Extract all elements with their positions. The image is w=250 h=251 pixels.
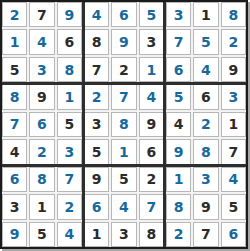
cell-r3c2[interactable]: 3 — [29, 57, 54, 82]
cell-r1c5[interactable]: 6 — [111, 2, 136, 27]
cell-r7c7[interactable]: 1 — [166, 167, 191, 192]
cell-r2c1[interactable]: 1 — [2, 29, 27, 54]
cell-r2c7[interactable]: 7 — [166, 29, 191, 54]
cell-r8c1[interactable]: 3 — [2, 194, 27, 219]
cell-r6c9[interactable]: 7 — [221, 139, 246, 164]
sudoku-grid: 2794653181468937525387216498912745637653… — [2, 2, 246, 247]
cell-r1c3[interactable]: 9 — [57, 2, 82, 27]
cell-r7c8[interactable]: 3 — [193, 167, 218, 192]
cell-r3c3[interactable]: 8 — [57, 57, 82, 82]
cell-r1c6[interactable]: 5 — [139, 2, 164, 27]
cell-r3c5[interactable]: 2 — [111, 57, 136, 82]
cell-r5c7[interactable]: 4 — [166, 112, 191, 137]
cell-r2c3[interactable]: 6 — [57, 29, 82, 54]
cell-r2c9[interactable]: 2 — [221, 29, 246, 54]
cell-r8c7[interactable]: 8 — [166, 194, 191, 219]
cell-r1c4[interactable]: 4 — [84, 2, 109, 27]
cell-r2c5[interactable]: 9 — [111, 29, 136, 54]
cell-r8c5[interactable]: 4 — [111, 194, 136, 219]
sudoku-board: 2794653181468937525387216498912745637653… — [0, 0, 248, 249]
cell-r1c8[interactable]: 1 — [193, 2, 218, 27]
cell-r5c4[interactable]: 3 — [84, 112, 109, 137]
cell-r2c4[interactable]: 8 — [84, 29, 109, 54]
cell-r3c4[interactable]: 7 — [84, 57, 109, 82]
cell-r4c4[interactable]: 2 — [84, 84, 109, 109]
cell-r6c7[interactable]: 9 — [166, 139, 191, 164]
cell-r5c5[interactable]: 8 — [111, 112, 136, 137]
cell-r1c9[interactable]: 8 — [221, 2, 246, 27]
cell-r8c2[interactable]: 1 — [29, 194, 54, 219]
cell-r6c2[interactable]: 2 — [29, 139, 54, 164]
cell-r6c1[interactable]: 4 — [2, 139, 27, 164]
cell-r4c3[interactable]: 1 — [57, 84, 82, 109]
cell-r9c3[interactable]: 4 — [57, 222, 82, 247]
cell-r2c8[interactable]: 5 — [193, 29, 218, 54]
cell-r6c6[interactable]: 6 — [139, 139, 164, 164]
cell-r5c1[interactable]: 7 — [2, 112, 27, 137]
cell-r3c7[interactable]: 6 — [166, 57, 191, 82]
cell-r5c9[interactable]: 1 — [221, 112, 246, 137]
cell-r9c1[interactable]: 9 — [2, 222, 27, 247]
cell-r8c4[interactable]: 6 — [84, 194, 109, 219]
cell-r2c6[interactable]: 3 — [139, 29, 164, 54]
cell-r7c5[interactable]: 5 — [111, 167, 136, 192]
cell-r9c8[interactable]: 7 — [193, 222, 218, 247]
cell-r7c1[interactable]: 6 — [2, 167, 27, 192]
cell-r4c5[interactable]: 7 — [111, 84, 136, 109]
cell-r9c2[interactable]: 5 — [29, 222, 54, 247]
cell-r7c2[interactable]: 8 — [29, 167, 54, 192]
cell-r4c7[interactable]: 5 — [166, 84, 191, 109]
cell-r7c9[interactable]: 4 — [221, 167, 246, 192]
cell-r6c4[interactable]: 5 — [84, 139, 109, 164]
cell-r1c2[interactable]: 7 — [29, 2, 54, 27]
cell-r8c9[interactable]: 5 — [221, 194, 246, 219]
cell-r4c2[interactable]: 9 — [29, 84, 54, 109]
cell-r4c1[interactable]: 8 — [2, 84, 27, 109]
cell-r9c9[interactable]: 6 — [221, 222, 246, 247]
cell-r5c6[interactable]: 9 — [139, 112, 164, 137]
cell-r8c3[interactable]: 2 — [57, 194, 82, 219]
cell-r5c8[interactable]: 2 — [193, 112, 218, 137]
cell-r6c8[interactable]: 8 — [193, 139, 218, 164]
cell-r5c3[interactable]: 5 — [57, 112, 82, 137]
cell-r4c8[interactable]: 6 — [193, 84, 218, 109]
cell-r6c5[interactable]: 1 — [111, 139, 136, 164]
cell-r7c6[interactable]: 2 — [139, 167, 164, 192]
cell-r9c7[interactable]: 2 — [166, 222, 191, 247]
cell-r4c9[interactable]: 3 — [221, 84, 246, 109]
cell-r7c4[interactable]: 9 — [84, 167, 109, 192]
cell-r8c8[interactable]: 9 — [193, 194, 218, 219]
cell-r3c6[interactable]: 1 — [139, 57, 164, 82]
cell-r3c8[interactable]: 4 — [193, 57, 218, 82]
cell-r3c1[interactable]: 5 — [2, 57, 27, 82]
cell-r9c5[interactable]: 3 — [111, 222, 136, 247]
cell-r7c3[interactable]: 7 — [57, 167, 82, 192]
cell-r4c6[interactable]: 4 — [139, 84, 164, 109]
cell-r6c3[interactable]: 3 — [57, 139, 82, 164]
cell-r1c1[interactable]: 2 — [2, 2, 27, 27]
cell-r9c6[interactable]: 8 — [139, 222, 164, 247]
cell-r5c2[interactable]: 6 — [29, 112, 54, 137]
cell-r2c2[interactable]: 4 — [29, 29, 54, 54]
cell-r1c7[interactable]: 3 — [166, 2, 191, 27]
cell-r3c9[interactable]: 9 — [221, 57, 246, 82]
cell-r9c4[interactable]: 1 — [84, 222, 109, 247]
cell-r8c6[interactable]: 7 — [139, 194, 164, 219]
